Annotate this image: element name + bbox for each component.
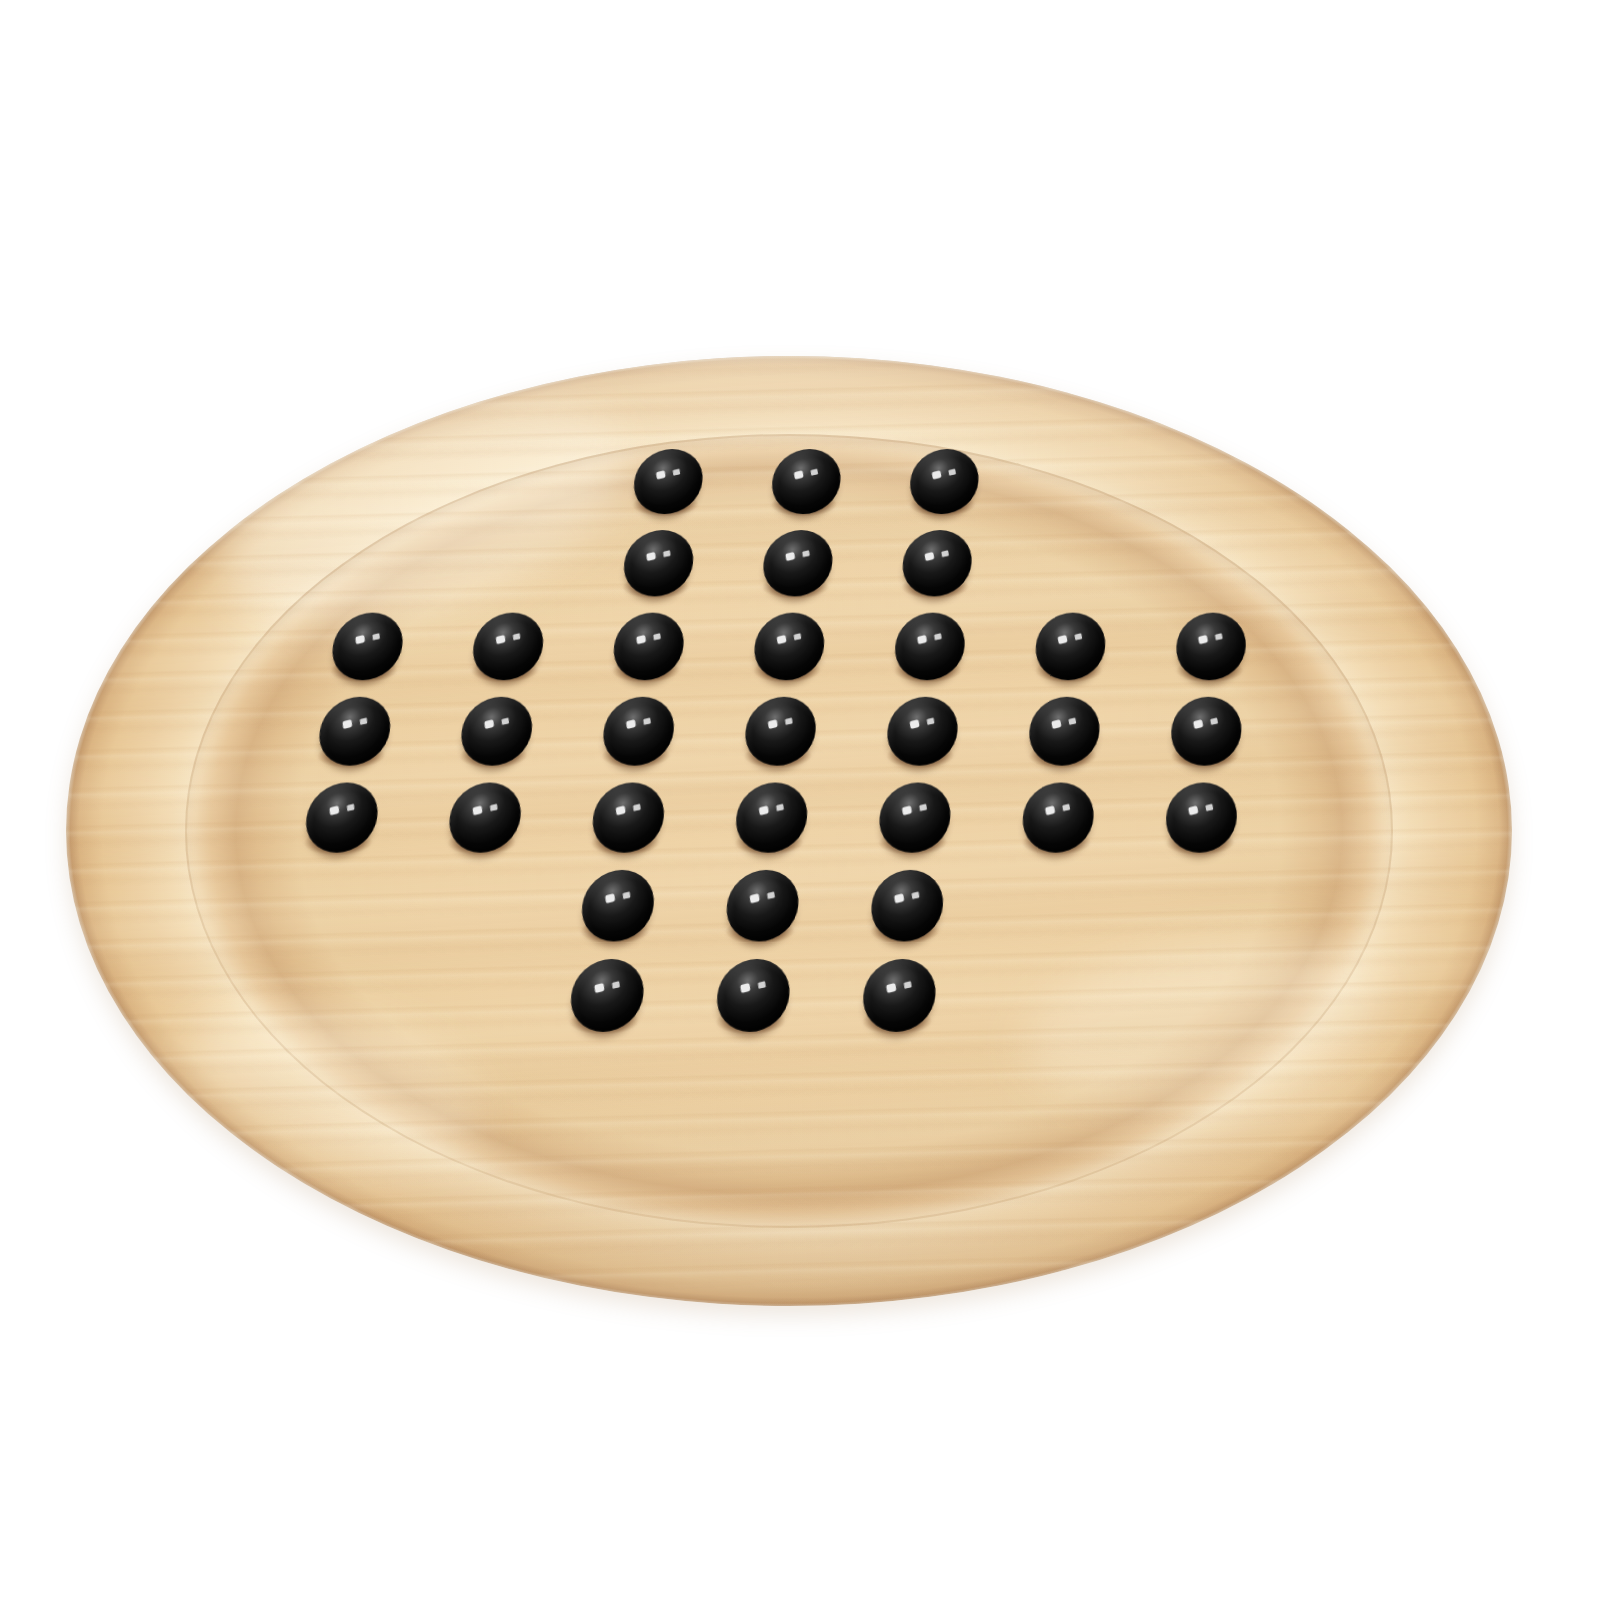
board-cell-r3c2[interactable] <box>431 610 583 694</box>
board-cell-r3c1[interactable] <box>290 610 443 694</box>
board-cell-r4c4[interactable] <box>704 694 855 780</box>
board-cell-r2c5[interactable] <box>863 527 1010 610</box>
board-cell-r6c3[interactable] <box>539 867 694 956</box>
board-grid <box>234 446 1291 1046</box>
board-cell-r5c6[interactable] <box>983 780 1133 867</box>
board-cell-r5c4[interactable] <box>695 780 847 867</box>
board-cell-r7c5[interactable] <box>821 956 975 1047</box>
board-cell-r7c4[interactable] <box>675 956 831 1047</box>
board-cell-r2c4[interactable] <box>723 527 871 610</box>
board-cell-r1c5[interactable] <box>871 446 1016 527</box>
board-cell-r1c3[interactable] <box>593 446 741 527</box>
board-cell-r4c3[interactable] <box>562 694 714 780</box>
board-cell-r7c3[interactable] <box>528 956 685 1047</box>
product-photo <box>0 0 1600 1600</box>
board-cell-r5c1[interactable] <box>262 780 418 867</box>
board-cell-r5c3[interactable] <box>550 780 704 867</box>
board-cell-r4c5[interactable] <box>847 694 996 780</box>
board-cell-r4c6[interactable] <box>990 694 1138 780</box>
board-cell-r5c2[interactable] <box>406 780 561 867</box>
board-cell-r3c5[interactable] <box>855 610 1003 694</box>
board-cell-r6c5[interactable] <box>830 867 983 956</box>
board-cell-r3c3[interactable] <box>572 610 723 694</box>
board-cell-r6c4[interactable] <box>685 867 839 956</box>
board-cell-r4c1[interactable] <box>276 694 431 780</box>
board-cell-r3c4[interactable] <box>714 610 863 694</box>
board-cell-r3c7[interactable] <box>1138 610 1283 694</box>
board-cell-r5c7[interactable] <box>1127 780 1275 867</box>
board-cell-r3c6[interactable] <box>996 610 1143 694</box>
board-cell-r1c4[interactable] <box>732 446 878 527</box>
board-cell-r4c2[interactable] <box>419 694 573 780</box>
board-cell-r2c3[interactable] <box>583 527 732 610</box>
board-cell-r4c7[interactable] <box>1132 694 1279 780</box>
board-cell-r5c5[interactable] <box>839 780 990 867</box>
